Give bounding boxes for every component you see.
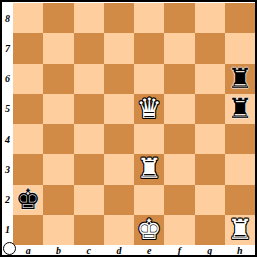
- square-c4[interactable]: [74, 124, 104, 154]
- black-king[interactable]: ♚: [16, 185, 41, 215]
- square-f3[interactable]: [164, 154, 194, 184]
- file-label-e: e: [134, 245, 164, 256]
- square-e7[interactable]: [134, 33, 164, 63]
- rank-label-2: 2: [2, 185, 13, 215]
- square-d8[interactable]: [104, 3, 134, 33]
- square-e8[interactable]: [134, 3, 164, 33]
- square-d3[interactable]: [104, 154, 134, 184]
- square-b7[interactable]: [43, 33, 73, 63]
- white-rook[interactable]: ♜: [137, 154, 162, 184]
- square-f2[interactable]: [164, 185, 194, 215]
- square-e4[interactable]: [134, 124, 164, 154]
- square-f5[interactable]: [164, 94, 194, 124]
- square-a5[interactable]: [13, 94, 43, 124]
- square-b4[interactable]: [43, 124, 73, 154]
- square-d2[interactable]: [104, 185, 134, 215]
- square-e6[interactable]: [134, 64, 164, 94]
- square-d1[interactable]: [104, 215, 134, 245]
- square-g2[interactable]: [195, 185, 225, 215]
- square-a6[interactable]: [13, 64, 43, 94]
- square-g3[interactable]: [195, 154, 225, 184]
- file-label-d: d: [104, 245, 134, 256]
- rank-label-1: 1: [2, 215, 13, 245]
- square-a3[interactable]: [13, 154, 43, 184]
- square-b1[interactable]: [43, 215, 73, 245]
- square-f1[interactable]: [164, 215, 194, 245]
- square-a1[interactable]: [13, 215, 43, 245]
- file-label-a: a: [13, 245, 43, 256]
- square-f6[interactable]: [164, 64, 194, 94]
- square-e1[interactable]: ♚: [134, 215, 164, 245]
- square-h4[interactable]: [225, 124, 255, 154]
- square-h5[interactable]: ♜: [225, 94, 255, 124]
- square-c8[interactable]: [74, 3, 104, 33]
- rank-label-6: 6: [2, 64, 13, 94]
- square-c3[interactable]: [74, 154, 104, 184]
- square-b3[interactable]: [43, 154, 73, 184]
- square-h2[interactable]: [225, 185, 255, 215]
- square-h3[interactable]: [225, 154, 255, 184]
- white-king[interactable]: ♚: [137, 215, 162, 245]
- square-a4[interactable]: [13, 124, 43, 154]
- rank-label-8: 8: [2, 3, 13, 33]
- file-label-f: f: [164, 245, 194, 256]
- square-b5[interactable]: [43, 94, 73, 124]
- rank-label-5: 5: [2, 94, 13, 124]
- square-g8[interactable]: [195, 3, 225, 33]
- square-a8[interactable]: [13, 3, 43, 33]
- chess-diagram: 87654321 ♜♛♜♜♚♚♜ abcdefgh: [0, 0, 257, 257]
- file-label-b: b: [43, 245, 73, 256]
- square-g7[interactable]: [195, 33, 225, 63]
- square-c7[interactable]: [74, 33, 104, 63]
- white-rook[interactable]: ♜: [227, 215, 252, 245]
- square-h6[interactable]: ♜: [225, 64, 255, 94]
- white-queen[interactable]: ♛: [137, 94, 162, 124]
- square-a2[interactable]: ♚: [13, 185, 43, 215]
- file-labels: abcdefgh: [13, 245, 255, 255]
- square-g5[interactable]: [195, 94, 225, 124]
- white-to-move-indicator-icon: [3, 242, 16, 255]
- square-a7[interactable]: [13, 33, 43, 63]
- square-f7[interactable]: [164, 33, 194, 63]
- square-g6[interactable]: [195, 64, 225, 94]
- square-h8[interactable]: [225, 3, 255, 33]
- square-c5[interactable]: [74, 94, 104, 124]
- square-e3[interactable]: ♜: [134, 154, 164, 184]
- square-e5[interactable]: ♛: [134, 94, 164, 124]
- square-d6[interactable]: [104, 64, 134, 94]
- square-h1[interactable]: ♜: [225, 215, 255, 245]
- rank-label-3: 3: [2, 154, 13, 184]
- square-d5[interactable]: [104, 94, 134, 124]
- square-g1[interactable]: [195, 215, 225, 245]
- square-g4[interactable]: [195, 124, 225, 154]
- square-f8[interactable]: [164, 3, 194, 33]
- black-rook[interactable]: ♜: [227, 64, 252, 94]
- file-label-h: h: [225, 245, 255, 256]
- square-c6[interactable]: [74, 64, 104, 94]
- square-c1[interactable]: [74, 215, 104, 245]
- square-c2[interactable]: [74, 185, 104, 215]
- rank-label-7: 7: [2, 33, 13, 63]
- black-rook[interactable]: ♜: [227, 94, 252, 124]
- square-e2[interactable]: [134, 185, 164, 215]
- rank-labels: 87654321: [2, 3, 13, 245]
- square-b2[interactable]: [43, 185, 73, 215]
- file-label-g: g: [195, 245, 225, 256]
- square-d7[interactable]: [104, 33, 134, 63]
- square-h7[interactable]: [225, 33, 255, 63]
- square-b6[interactable]: [43, 64, 73, 94]
- square-d4[interactable]: [104, 124, 134, 154]
- square-b8[interactable]: [43, 3, 73, 33]
- rank-label-4: 4: [2, 124, 13, 154]
- chess-board: ♜♛♜♜♚♚♜: [13, 3, 255, 245]
- file-label-c: c: [74, 245, 104, 256]
- square-f4[interactable]: [164, 124, 194, 154]
